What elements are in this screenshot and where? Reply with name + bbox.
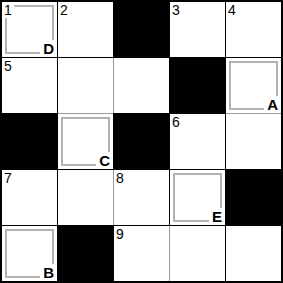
gray-grid-line <box>58 113 113 114</box>
clue-number-7: 7 <box>4 171 14 186</box>
cell-1-0[interactable]: 5 <box>2 58 57 113</box>
block-cell-2-0 <box>2 114 57 169</box>
cell-1-4[interactable]: A <box>226 58 281 113</box>
cell-2-1[interactable]: C <box>58 114 113 169</box>
cell-0-0[interactable]: 1D <box>2 2 57 57</box>
gray-grid-line <box>226 113 281 114</box>
cell-1-2[interactable] <box>114 58 169 113</box>
cell-3-2[interactable]: 8 <box>114 170 169 225</box>
cell-4-3[interactable] <box>170 226 225 281</box>
cell-2-3[interactable]: 6 <box>170 114 225 169</box>
block-cell-3-4 <box>226 170 281 225</box>
cell-0-3[interactable]: 3 <box>170 2 225 57</box>
cell-3-3[interactable]: E <box>170 170 225 225</box>
clue-number-2: 2 <box>60 3 70 18</box>
cell-0-1[interactable]: 2 <box>58 2 113 57</box>
block-cell-2-2 <box>114 114 169 169</box>
cell-4-4[interactable] <box>226 226 281 281</box>
cell-4-2[interactable]: 9 <box>114 226 169 281</box>
gray-grid-line <box>169 226 170 281</box>
clue-number-8: 8 <box>116 171 126 186</box>
marker-letter-E: E <box>209 208 223 225</box>
cell-4-0[interactable]: B <box>2 226 57 281</box>
marker-letter-C: C <box>96 152 111 169</box>
block-cell-4-1 <box>58 226 113 281</box>
cell-1-1[interactable] <box>58 58 113 113</box>
cell-2-4[interactable] <box>226 114 281 169</box>
block-cell-1-3 <box>170 58 225 113</box>
cell-3-1[interactable] <box>58 170 113 225</box>
clue-number-6: 6 <box>172 115 182 130</box>
clue-number-4: 4 <box>228 3 238 18</box>
block-cell-0-2 <box>114 2 169 57</box>
marker-letter-A: A <box>264 96 279 113</box>
cell-0-4[interactable]: 4 <box>226 2 281 57</box>
marker-letter-D: D <box>40 40 55 57</box>
cell-3-0[interactable]: 7 <box>2 170 57 225</box>
clue-number-3: 3 <box>172 3 182 18</box>
clue-number-9: 9 <box>116 227 126 242</box>
gray-grid-line <box>113 170 114 225</box>
clue-number-1: 1 <box>4 3 14 18</box>
marker-letter-B: B <box>40 264 55 281</box>
clue-number-5: 5 <box>4 59 14 74</box>
crossword-grid: 1D2345AC678EB9 <box>0 0 283 283</box>
gray-grid-line <box>113 58 114 113</box>
